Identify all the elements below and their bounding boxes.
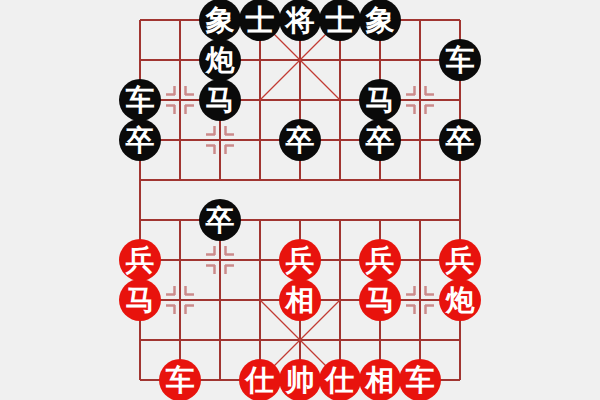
piece-glyph: 兵 (446, 246, 475, 275)
piece-glyph: 马 (206, 86, 235, 115)
piece-glyph: 炮 (446, 286, 475, 315)
piece-glyph: 帅 (286, 366, 315, 395)
piece-glyph: 马 (366, 286, 395, 315)
piece-glyph: 卒 (366, 126, 395, 155)
piece-glyph: 炮 (206, 46, 235, 75)
piece-glyph: 士 (246, 6, 275, 35)
red-horse[interactable]: 马 (119, 279, 161, 321)
black-general[interactable]: 将 (279, 0, 321, 41)
piece-glyph: 卒 (126, 126, 155, 155)
black-elephant[interactable]: 象 (359, 0, 401, 41)
red-general[interactable]: 帅 (279, 359, 321, 400)
red-soldier[interactable]: 兵 (439, 239, 481, 281)
piece-glyph: 车 (406, 366, 435, 395)
piece-glyph: 兵 (126, 246, 155, 275)
black-soldier[interactable]: 卒 (199, 199, 241, 241)
black-soldier[interactable]: 卒 (119, 119, 161, 161)
red-advisor[interactable]: 仕 (319, 359, 361, 400)
piece-glyph: 仕 (326, 366, 355, 395)
black-advisor[interactable]: 士 (239, 0, 281, 41)
black-horse[interactable]: 马 (199, 79, 241, 121)
piece-glyph: 仕 (246, 366, 275, 395)
piece-glyph: 卒 (446, 126, 475, 155)
piece-glyph: 兵 (286, 246, 315, 275)
black-horse[interactable]: 马 (359, 79, 401, 121)
red-cannon[interactable]: 炮 (439, 279, 481, 321)
black-chariot[interactable]: 车 (439, 39, 481, 81)
black-soldier[interactable]: 卒 (439, 119, 481, 161)
black-cannon[interactable]: 炮 (199, 39, 241, 81)
black-soldier[interactable]: 卒 (279, 119, 321, 161)
piece-glyph: 车 (126, 86, 155, 115)
piece-glyph: 相 (286, 286, 315, 315)
piece-glyph: 兵 (366, 246, 395, 275)
xiangqi-board: 象士将士象炮车车马马卒卒卒卒卒兵兵兵兵马相马炮车仕帅仕相车 (120, 0, 480, 400)
red-elephant[interactable]: 相 (359, 359, 401, 400)
red-chariot[interactable]: 车 (159, 359, 201, 400)
piece-glyph: 相 (366, 366, 395, 395)
black-elephant[interactable]: 象 (199, 0, 241, 41)
piece-glyph: 将 (286, 6, 315, 35)
red-chariot[interactable]: 车 (399, 359, 441, 400)
black-chariot[interactable]: 车 (119, 79, 161, 121)
red-soldier[interactable]: 兵 (279, 239, 321, 281)
piece-glyph: 车 (166, 366, 195, 395)
red-elephant[interactable]: 相 (279, 279, 321, 321)
piece-glyph: 马 (366, 86, 395, 115)
red-soldier[interactable]: 兵 (119, 239, 161, 281)
black-advisor[interactable]: 士 (319, 0, 361, 41)
piece-glyph: 象 (206, 6, 235, 35)
piece-glyph: 象 (366, 6, 395, 35)
piece-glyph: 卒 (206, 206, 235, 235)
piece-grid: 象士将士象炮车车马马卒卒卒卒卒兵兵兵兵马相马炮车仕帅仕相车 (120, 0, 480, 400)
piece-glyph: 马 (126, 286, 155, 315)
red-horse[interactable]: 马 (359, 279, 401, 321)
piece-glyph: 卒 (286, 126, 315, 155)
red-soldier[interactable]: 兵 (359, 239, 401, 281)
black-soldier[interactable]: 卒 (359, 119, 401, 161)
piece-glyph: 车 (446, 46, 475, 75)
piece-glyph: 士 (326, 6, 355, 35)
red-advisor[interactable]: 仕 (239, 359, 281, 400)
